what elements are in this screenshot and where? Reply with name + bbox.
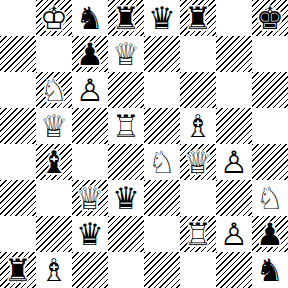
square-d8[interactable]: ♜♜ — [108, 0, 144, 36]
square-h3[interactable]: ♞♘ — [252, 180, 288, 216]
piece-black-rook: ♜♜ — [0, 252, 36, 288]
square-h5[interactable] — [252, 108, 288, 144]
square-e6[interactable] — [144, 72, 180, 108]
piece-glyph: ♗ — [180, 108, 216, 144]
square-a8[interactable] — [0, 0, 36, 36]
square-b4[interactable]: ♝♝ — [36, 144, 72, 180]
square-e4[interactable]: ♞♘ — [144, 144, 180, 180]
square-e7[interactable] — [144, 36, 180, 72]
square-h8[interactable]: ♚♚ — [252, 0, 288, 36]
piece-white-bishop: ♝♗ — [180, 108, 216, 144]
square-b6[interactable]: ♞♘ — [36, 72, 72, 108]
square-f4[interactable]: ♛♕ — [180, 144, 216, 180]
square-h1[interactable]: ♞♞ — [252, 252, 288, 288]
piece-glyph: ♘ — [144, 144, 180, 180]
square-e1[interactable] — [144, 252, 180, 288]
square-a4[interactable] — [0, 144, 36, 180]
square-h6[interactable] — [252, 72, 288, 108]
piece-white-king: ♚♔ — [36, 0, 72, 36]
piece-black-pawn: ♟♟ — [72, 36, 108, 72]
square-c6[interactable]: ♟♙ — [72, 72, 108, 108]
piece-glyph: ♗ — [36, 252, 72, 288]
piece-white-bishop: ♝♗ — [36, 252, 72, 288]
piece-black-knight: ♞♞ — [72, 0, 108, 36]
square-g8[interactable] — [216, 0, 252, 36]
piece-glyph: ♕ — [108, 36, 144, 72]
piece-glyph: ♙ — [216, 144, 252, 180]
piece-glyph: ♟ — [72, 36, 108, 72]
square-f8[interactable]: ♜♜ — [180, 0, 216, 36]
piece-black-rook: ♜♜ — [108, 0, 144, 36]
square-f1[interactable] — [180, 252, 216, 288]
piece-white-queen: ♛♕ — [36, 108, 72, 144]
piece-glyph: ♘ — [36, 72, 72, 108]
square-b2[interactable] — [36, 216, 72, 252]
square-e2[interactable] — [144, 216, 180, 252]
chess-diagram: ♚♔♞♞♜♜♛♛♜♜♚♚♟♟♛♕♞♘♟♙♛♕♜♖♝♗♝♝♞♘♛♕♟♙♛♕♛♛♞♘… — [0, 0, 288, 288]
square-d5[interactable]: ♜♖ — [108, 108, 144, 144]
piece-glyph: ♕ — [72, 180, 108, 216]
piece-black-knight: ♞♞ — [252, 252, 288, 288]
square-e5[interactable] — [144, 108, 180, 144]
piece-glyph: ♖ — [180, 216, 216, 252]
piece-glyph: ♞ — [72, 0, 108, 36]
piece-glyph: ♙ — [72, 72, 108, 108]
square-f5[interactable]: ♝♗ — [180, 108, 216, 144]
square-g5[interactable] — [216, 108, 252, 144]
piece-black-king: ♚♚ — [252, 0, 288, 36]
piece-glyph: ♕ — [36, 108, 72, 144]
piece-glyph: ♟ — [252, 216, 288, 252]
piece-white-queen: ♛♕ — [108, 36, 144, 72]
square-b1[interactable]: ♝♗ — [36, 252, 72, 288]
piece-glyph: ♜ — [180, 0, 216, 36]
piece-black-bishop: ♝♝ — [36, 144, 72, 180]
piece-white-knight: ♞♘ — [36, 72, 72, 108]
square-e3[interactable] — [144, 180, 180, 216]
piece-white-rook: ♜♖ — [180, 216, 216, 252]
square-e8[interactable]: ♛♛ — [144, 0, 180, 36]
piece-glyph: ♜ — [0, 252, 36, 288]
square-g1[interactable] — [216, 252, 252, 288]
square-a1[interactable]: ♜♜ — [0, 252, 36, 288]
piece-white-pawn: ♟♙ — [216, 144, 252, 180]
piece-glyph: ♝ — [36, 144, 72, 180]
piece-glyph: ♛ — [108, 180, 144, 216]
square-b7[interactable] — [36, 36, 72, 72]
square-f3[interactable] — [180, 180, 216, 216]
piece-glyph: ♞ — [252, 252, 288, 288]
square-b5[interactable]: ♛♕ — [36, 108, 72, 144]
piece-glyph: ♔ — [36, 0, 72, 36]
square-g6[interactable] — [216, 72, 252, 108]
chess-board: ♚♔♞♞♜♜♛♛♜♜♚♚♟♟♛♕♞♘♟♙♛♕♜♖♝♗♝♝♞♘♛♕♟♙♛♕♛♛♞♘… — [0, 0, 288, 288]
square-b3[interactable] — [36, 180, 72, 216]
piece-black-queen: ♛♛ — [72, 216, 108, 252]
piece-white-queen: ♛♕ — [72, 180, 108, 216]
square-c4[interactable] — [72, 144, 108, 180]
square-b8[interactable]: ♚♔ — [36, 0, 72, 36]
square-f7[interactable] — [180, 36, 216, 72]
piece-black-rook: ♜♜ — [180, 0, 216, 36]
square-f6[interactable] — [180, 72, 216, 108]
square-g7[interactable] — [216, 36, 252, 72]
square-d6[interactable] — [108, 72, 144, 108]
square-c7[interactable]: ♟♟ — [72, 36, 108, 72]
square-c3[interactable]: ♛♕ — [72, 180, 108, 216]
square-a6[interactable] — [0, 72, 36, 108]
square-d4[interactable] — [108, 144, 144, 180]
piece-glyph: ♖ — [108, 108, 144, 144]
piece-black-queen: ♛♛ — [108, 180, 144, 216]
square-f2[interactable]: ♜♖ — [180, 216, 216, 252]
piece-glyph: ♙ — [216, 216, 252, 252]
piece-white-rook: ♜♖ — [108, 108, 144, 144]
piece-white-pawn: ♟♙ — [216, 216, 252, 252]
square-d7[interactable]: ♛♕ — [108, 36, 144, 72]
piece-glyph: ♘ — [252, 180, 288, 216]
square-g4[interactable]: ♟♙ — [216, 144, 252, 180]
piece-white-pawn: ♟♙ — [72, 72, 108, 108]
square-a3[interactable] — [0, 180, 36, 216]
square-h2[interactable]: ♟♟ — [252, 216, 288, 252]
piece-glyph: ♚ — [252, 0, 288, 36]
piece-glyph: ♛ — [72, 216, 108, 252]
piece-black-pawn: ♟♟ — [252, 216, 288, 252]
square-h7[interactable] — [252, 36, 288, 72]
piece-black-queen: ♛♛ — [144, 0, 180, 36]
piece-white-knight: ♞♘ — [252, 180, 288, 216]
square-c8[interactable]: ♞♞ — [72, 0, 108, 36]
square-d1[interactable] — [108, 252, 144, 288]
square-a7[interactable] — [0, 36, 36, 72]
piece-glyph: ♛ — [144, 0, 180, 36]
square-g3[interactable] — [216, 180, 252, 216]
piece-white-knight: ♞♘ — [144, 144, 180, 180]
square-d3[interactable]: ♛♛ — [108, 180, 144, 216]
piece-glyph: ♕ — [180, 144, 216, 180]
square-d2[interactable] — [108, 216, 144, 252]
square-a5[interactable] — [0, 108, 36, 144]
square-c1[interactable] — [72, 252, 108, 288]
piece-white-queen: ♛♕ — [180, 144, 216, 180]
square-a2[interactable] — [0, 216, 36, 252]
square-c5[interactable] — [72, 108, 108, 144]
square-g2[interactable]: ♟♙ — [216, 216, 252, 252]
piece-glyph: ♜ — [108, 0, 144, 36]
square-c2[interactable]: ♛♛ — [72, 216, 108, 252]
square-h4[interactable] — [252, 144, 288, 180]
